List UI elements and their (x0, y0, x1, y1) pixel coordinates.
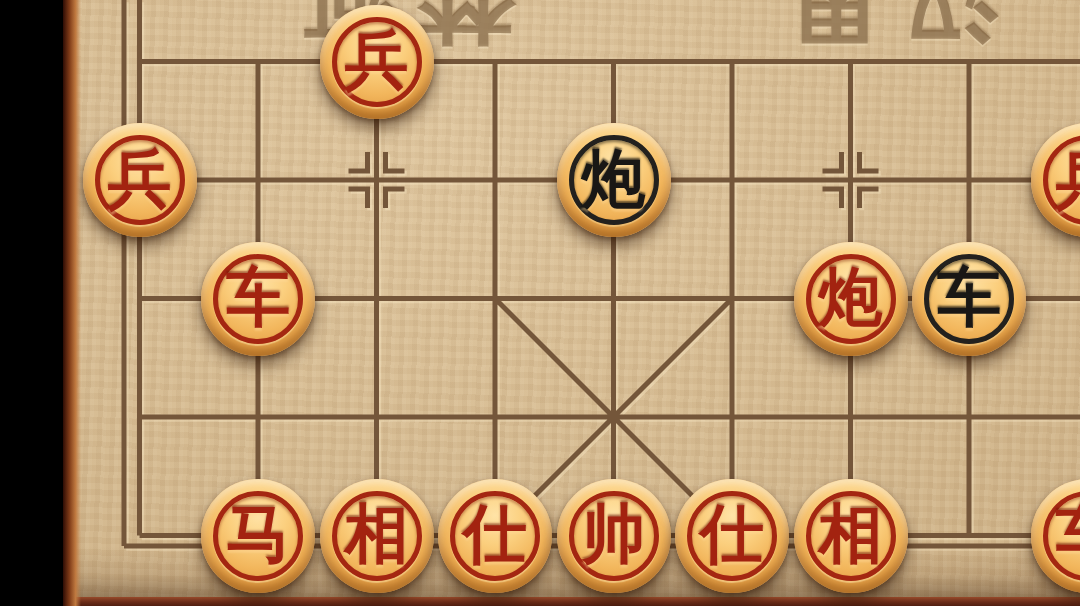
piece-red-xiang-elephant[interactable]: 相 (794, 479, 908, 593)
piece-character: 兵 (345, 17, 409, 104)
piece-red-bing-soldier[interactable]: 兵 (1031, 123, 1080, 237)
piece-character: 兵 (108, 136, 172, 223)
screen-letterbox-left (0, 0, 63, 606)
piece-character: 相 (819, 491, 883, 578)
piece-character: 仕 (463, 491, 527, 578)
piece-red-ma-horse[interactable]: 马 (201, 479, 315, 593)
piece-character: 仕 (700, 491, 764, 578)
piece-character: 车 (226, 254, 290, 341)
piece-red-shi-advisor[interactable]: 仕 (675, 479, 789, 593)
piece-red-pao-cannon[interactable]: 炮 (794, 242, 908, 356)
piece-red-bing-soldier[interactable]: 兵 (83, 123, 197, 237)
piece-character: 车 (1056, 491, 1080, 578)
piece-red-xiang-elephant[interactable]: 相 (320, 479, 434, 593)
piece-black-ju-chariot[interactable]: 车 (912, 242, 1026, 356)
piece-red-ju-chariot[interactable]: 车 (1031, 479, 1080, 593)
piece-character: 马 (226, 491, 290, 578)
piece-black-pao-cannon[interactable]: 炮 (557, 123, 671, 237)
piece-red-ju-chariot[interactable]: 车 (201, 242, 315, 356)
piece-character: 车 (937, 254, 1001, 341)
piece-red-shuai-general[interactable]: 帅 (557, 479, 671, 593)
board-left-edge-glow (63, 0, 81, 606)
piece-character: 炮 (582, 136, 646, 223)
xiangqi-game-screen: 楚河 汉界 兵兵炮兵车炮车马相仕帅仕相车 (0, 0, 1080, 606)
piece-red-bing-soldier[interactable]: 兵 (320, 5, 434, 119)
piece-character: 帅 (582, 491, 646, 578)
piece-character: 兵 (1056, 136, 1080, 223)
piece-character: 相 (345, 491, 409, 578)
piece-red-shi-advisor[interactable]: 仕 (438, 479, 552, 593)
pieces-layer: 兵兵炮兵车炮车马相仕帅仕相车 (0, 0, 1080, 606)
piece-character: 炮 (819, 254, 883, 341)
